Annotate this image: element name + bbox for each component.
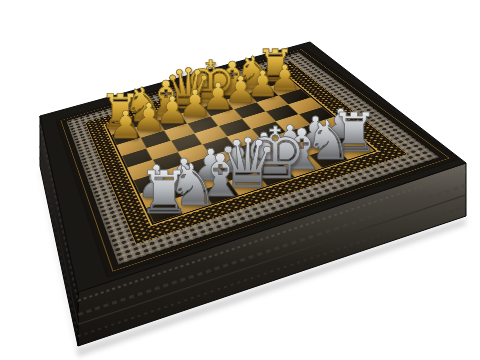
chess-set-photo: ♜♞♝♛♚♝♞♜♟♟♟♟♟♟♟♟♟♟♟♟♟♟♟♟♜♞♝♛♚♝♞♜: [0, 0, 480, 360]
piece-gold-pawn-a7[interactable]: ♟: [108, 106, 142, 144]
piece-silver-rook-a1[interactable]: ♜: [138, 164, 191, 223]
